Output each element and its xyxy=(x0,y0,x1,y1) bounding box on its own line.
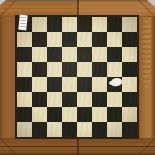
square-h1[interactable] xyxy=(122,122,137,137)
square-d6[interactable] xyxy=(62,47,77,62)
square-a7[interactable] xyxy=(17,32,32,47)
square-b5[interactable] xyxy=(32,62,47,77)
square-a1[interactable] xyxy=(17,122,32,137)
mitre-joint xyxy=(0,138,17,155)
square-f3[interactable] xyxy=(92,92,107,107)
square-h2[interactable] xyxy=(122,107,137,122)
square-g7[interactable] xyxy=(107,32,122,47)
square-g3[interactable] xyxy=(107,92,122,107)
fold-seam-bottom xyxy=(77,138,79,155)
square-h7[interactable] xyxy=(122,32,137,47)
square-e5[interactable] xyxy=(77,62,92,77)
square-f2[interactable] xyxy=(92,107,107,122)
square-c4[interactable] xyxy=(47,77,62,92)
square-g8[interactable] xyxy=(107,17,122,32)
square-d7[interactable] xyxy=(62,32,77,47)
square-g5[interactable] xyxy=(107,62,122,77)
square-d8[interactable] xyxy=(62,17,77,32)
square-f1[interactable] xyxy=(92,122,107,137)
price-sticker xyxy=(18,15,28,31)
square-f8[interactable] xyxy=(92,17,107,32)
square-c2[interactable] xyxy=(47,107,62,122)
square-b7[interactable] xyxy=(32,32,47,47)
square-c5[interactable] xyxy=(47,62,62,77)
square-g1[interactable] xyxy=(107,122,122,137)
square-c7[interactable] xyxy=(47,32,62,47)
square-a4[interactable] xyxy=(17,77,32,92)
square-e1[interactable] xyxy=(77,122,92,137)
frame-right-rail xyxy=(138,0,155,155)
square-h5[interactable] xyxy=(122,62,137,77)
square-g6[interactable] xyxy=(107,47,122,62)
square-h4[interactable] xyxy=(122,77,137,92)
square-f4[interactable] xyxy=(92,77,107,92)
square-e4[interactable] xyxy=(77,77,92,92)
square-b6[interactable] xyxy=(32,47,47,62)
mitre-joint xyxy=(138,138,155,155)
square-e2[interactable] xyxy=(77,107,92,122)
fold-half-highlight xyxy=(79,0,155,16)
square-h3[interactable] xyxy=(122,92,137,107)
square-e7[interactable] xyxy=(77,32,92,47)
square-d1[interactable] xyxy=(62,122,77,137)
square-b4[interactable] xyxy=(32,77,47,92)
square-e8[interactable] xyxy=(77,17,92,32)
square-c8[interactable] xyxy=(47,17,62,32)
square-c1[interactable] xyxy=(47,122,62,137)
square-c6[interactable] xyxy=(47,47,62,62)
square-h8[interactable] xyxy=(122,17,137,32)
square-d4[interactable] xyxy=(62,77,77,92)
square-a6[interactable] xyxy=(17,47,32,62)
background-corner xyxy=(0,0,6,5)
square-a3[interactable] xyxy=(17,92,32,107)
square-b8[interactable] xyxy=(32,17,47,32)
square-a5[interactable] xyxy=(17,62,32,77)
square-f6[interactable] xyxy=(92,47,107,62)
chessboard xyxy=(15,15,139,139)
fold-half-shadow-edge xyxy=(0,0,77,2)
square-b3[interactable] xyxy=(32,92,47,107)
square-a2[interactable] xyxy=(17,107,32,122)
square-d3[interactable] xyxy=(62,92,77,107)
square-d5[interactable] xyxy=(62,62,77,77)
square-e6[interactable] xyxy=(77,47,92,62)
square-c3[interactable] xyxy=(47,92,62,107)
square-g2[interactable] xyxy=(107,107,122,122)
square-e3[interactable] xyxy=(77,92,92,107)
square-h6[interactable] xyxy=(122,47,137,62)
board-photo xyxy=(0,0,155,155)
square-b2[interactable] xyxy=(32,107,47,122)
square-d2[interactable] xyxy=(62,107,77,122)
square-f5[interactable] xyxy=(92,62,107,77)
square-b1[interactable] xyxy=(32,122,47,137)
paint-chip-fragment xyxy=(109,81,114,85)
square-f7[interactable] xyxy=(92,32,107,47)
